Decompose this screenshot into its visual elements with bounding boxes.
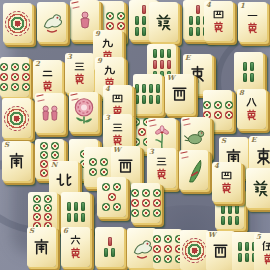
- tile-corner-index: 2: [35, 60, 40, 68]
- tile-corner-index: S: [4, 141, 9, 149]
- tile-1-man[interactable]: 1: [238, 2, 267, 42]
- tile-5-dot[interactable]: [97, 177, 126, 217]
- tile-corner-index: S: [29, 227, 34, 235]
- tile-8-bamboo[interactable]: [133, 74, 162, 114]
- tile-corner-index: E: [185, 54, 190, 62]
- tile-corner-index: 1: [240, 2, 245, 10]
- tile-4-man[interactable]: 4: [204, 1, 233, 41]
- tile-west-wind[interactable]: W: [206, 231, 235, 270]
- tile-3-man[interactable]: 3: [65, 53, 94, 93]
- tile-4-man[interactable]: 4: [212, 162, 241, 202]
- tile-flower-plum-leaf[interactable]: [179, 150, 208, 190]
- tile-9-dot[interactable]: [153, 229, 182, 269]
- tile-corner-index: 4: [206, 1, 211, 9]
- tile-green-dragon[interactable]: [246, 168, 270, 208]
- tile-5-man[interactable]: 5: [254, 233, 270, 270]
- tile-corner-index: 6: [63, 227, 68, 235]
- tile-west-wind[interactable]: W: [165, 74, 194, 114]
- tile-corner-index: 4: [214, 162, 219, 170]
- tile-corner-index: W: [208, 231, 216, 239]
- tile-corner-index: 3: [105, 114, 110, 122]
- tile-flower-summer[interactable]: [35, 93, 64, 133]
- tile-9-dot[interactable]: [131, 183, 160, 223]
- mahjong-board: 41E23998W43SW3SE4NS6W5: [0, 0, 270, 270]
- tile-corner-index: 4: [105, 85, 110, 93]
- tile-1-dot[interactable]: [2, 98, 31, 138]
- tile-corner-index: 5: [256, 233, 261, 241]
- tile-corner-index: S: [221, 137, 226, 145]
- tile-corner-index: 9: [95, 30, 100, 38]
- tile-flower-chrysanthemum[interactable]: [69, 92, 98, 132]
- tile-1-dot[interactable]: [180, 230, 209, 270]
- tile-south-wind[interactable]: S: [2, 141, 31, 181]
- tile-green-dragon[interactable]: [149, 2, 178, 42]
- tile-corner-index: W: [167, 74, 175, 82]
- tile-6-man[interactable]: 6: [61, 227, 90, 267]
- tile-8-man[interactable]: 8: [237, 89, 266, 129]
- tile-9-dot[interactable]: [0, 57, 29, 97]
- tile-corner-index: 9: [97, 57, 102, 65]
- tile-corner-index: 3: [149, 148, 154, 156]
- tile-corner-index: N: [51, 161, 57, 169]
- tile-corner-index: E: [251, 136, 256, 144]
- tile-4-bamboo[interactable]: [234, 52, 263, 92]
- tile-3-man[interactable]: 3: [147, 148, 176, 188]
- tile-corner-index: W: [113, 146, 121, 154]
- tile-corner-index: 8: [239, 89, 244, 97]
- tile-1-dot[interactable]: [3, 3, 32, 43]
- tile-south-wind[interactable]: S: [27, 227, 56, 267]
- tile-3-bamboo[interactable]: [95, 227, 124, 267]
- tile-corner-index: 3: [67, 53, 72, 61]
- tile-1-bamboo[interactable]: [37, 2, 66, 42]
